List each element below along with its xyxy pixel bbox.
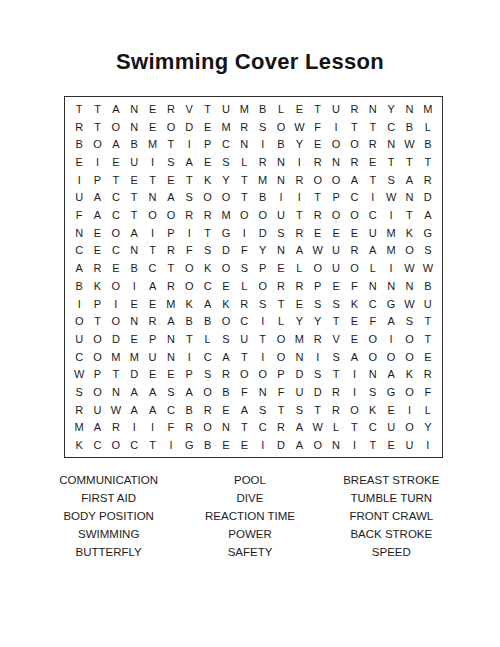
- grid-cell: O: [327, 171, 345, 189]
- grid-cell: T: [364, 436, 382, 454]
- grid-cell: E: [162, 171, 180, 189]
- grid-cell: R: [345, 242, 363, 260]
- grid-cell: B: [272, 135, 290, 153]
- grid-cell: I: [125, 277, 143, 295]
- grid-cell: F: [180, 242, 198, 260]
- grid-cell: T: [235, 419, 253, 437]
- grid-cell: E: [198, 153, 216, 171]
- grid-cell: T: [70, 100, 88, 118]
- grid-cell: N: [125, 118, 143, 136]
- grid-cell: M: [419, 100, 437, 118]
- grid-cell: D: [309, 383, 327, 401]
- grid-cell: S: [272, 224, 290, 242]
- grid-cell: M: [382, 224, 400, 242]
- grid-cell: T: [235, 348, 253, 366]
- grid-cell: T: [419, 312, 437, 330]
- grid-cell: T: [143, 242, 161, 260]
- grid-cell: D: [254, 224, 272, 242]
- grid-cell: E: [125, 171, 143, 189]
- grid-cell: M: [125, 348, 143, 366]
- grid-cell: I: [254, 312, 272, 330]
- grid-cell: E: [217, 401, 235, 419]
- grid-cell: M: [290, 330, 308, 348]
- grid-cell: U: [272, 206, 290, 224]
- grid-cell: A: [400, 171, 418, 189]
- grid-cell: R: [272, 419, 290, 437]
- grid-cell: T: [235, 171, 253, 189]
- grid-cell: T: [162, 135, 180, 153]
- grid-cell: T: [345, 118, 363, 136]
- grid-cell: R: [143, 312, 161, 330]
- word-item: DIVE: [179, 489, 320, 507]
- grid-cell: B: [419, 135, 437, 153]
- grid-cell: N: [254, 383, 272, 401]
- grid-cell: M: [70, 419, 88, 437]
- grid-cell: S: [235, 259, 253, 277]
- grid-cell: S: [162, 383, 180, 401]
- grid-cell: K: [364, 401, 382, 419]
- grid-cell: N: [235, 135, 253, 153]
- grid-cell: O: [88, 383, 106, 401]
- grid-cell: T: [125, 189, 143, 207]
- grid-cell: R: [162, 277, 180, 295]
- grid-cell: M: [382, 242, 400, 260]
- grid-cell: E: [143, 118, 161, 136]
- grid-cell: S: [419, 242, 437, 260]
- grid-cell: Y: [290, 312, 308, 330]
- grid-cell: W: [309, 419, 327, 437]
- grid-cell: N: [290, 348, 308, 366]
- grid-cell: O: [345, 259, 363, 277]
- grid-cell: Y: [290, 135, 308, 153]
- grid-cell: S: [162, 153, 180, 171]
- grid-cell: T: [88, 100, 106, 118]
- word-item: BODY POSITION: [38, 507, 179, 525]
- grid-cell: T: [309, 189, 327, 207]
- grid-cell: O: [345, 135, 363, 153]
- grid-cell: K: [88, 277, 106, 295]
- grid-cell: T: [143, 171, 161, 189]
- word-item: BUTTERFLY: [38, 543, 179, 561]
- grid-cell: N: [162, 330, 180, 348]
- grid-cell: I: [162, 436, 180, 454]
- grid-cell: M: [254, 171, 272, 189]
- grid-cell: S: [217, 330, 235, 348]
- grid-cell: B: [70, 277, 88, 295]
- grid-cell: I: [345, 436, 363, 454]
- grid-cell: S: [254, 118, 272, 136]
- grid-cell: A: [364, 242, 382, 260]
- grid-cell: L: [290, 259, 308, 277]
- grid-cell: L: [198, 330, 216, 348]
- grid-cell: O: [400, 348, 418, 366]
- word-item: FIRST AID: [38, 489, 179, 507]
- grid-cell: U: [70, 330, 88, 348]
- grid-cell: E: [107, 259, 125, 277]
- grid-cell: M: [217, 118, 235, 136]
- grid-cell: I: [70, 171, 88, 189]
- word-column-3: BREAST STROKETUMBLE TURNFRONT CRAWLBACK …: [321, 471, 462, 561]
- grid-cell: B: [180, 401, 198, 419]
- grid-cell: E: [382, 401, 400, 419]
- grid-cell: I: [272, 189, 290, 207]
- grid-cell: A: [235, 401, 253, 419]
- grid-cell: A: [143, 401, 161, 419]
- grid-cell: L: [235, 277, 253, 295]
- grid-cell: T: [345, 419, 363, 437]
- grid-cell: U: [400, 436, 418, 454]
- grid-cell: C: [345, 189, 363, 207]
- grid-cell: A: [107, 135, 125, 153]
- grid-cell: T: [198, 100, 216, 118]
- grid-cell: I: [88, 153, 106, 171]
- grid-cell: C: [107, 206, 125, 224]
- word-item: BREAST STROKE: [321, 471, 462, 489]
- grid-cell: L: [272, 312, 290, 330]
- grid-cell: N: [125, 312, 143, 330]
- grid-cell: A: [88, 206, 106, 224]
- grid-cell: F: [272, 383, 290, 401]
- grid-cell: R: [364, 135, 382, 153]
- grid-cell: I: [327, 118, 345, 136]
- grid-cell: T: [400, 206, 418, 224]
- grid-cell: U: [290, 383, 308, 401]
- grid-cell: C: [364, 295, 382, 313]
- word-item: SWIMMING: [38, 525, 179, 543]
- grid-cell: B: [419, 277, 437, 295]
- grid-cell: T: [400, 153, 418, 171]
- grid-cell: R: [180, 206, 198, 224]
- grid-cell: T: [143, 436, 161, 454]
- grid-cell: T: [364, 171, 382, 189]
- grid-cell: O: [235, 366, 253, 384]
- grid-cell: E: [125, 295, 143, 313]
- grid-cell: O: [382, 348, 400, 366]
- grid-cell: I: [125, 419, 143, 437]
- grid-cell: T: [88, 118, 106, 136]
- grid-cell: U: [143, 348, 161, 366]
- grid-cell: O: [254, 277, 272, 295]
- grid-cell: C: [198, 348, 216, 366]
- grid-cell: R: [70, 118, 88, 136]
- grid-cell: K: [400, 366, 418, 384]
- grid-cell: R: [70, 401, 88, 419]
- grid-cell: A: [143, 277, 161, 295]
- grid-cell: A: [419, 206, 437, 224]
- grid-cell: I: [254, 436, 272, 454]
- word-column-1: COMMUNICATIONFIRST AIDBODY POSITIONSWIMM…: [38, 471, 179, 561]
- grid-cell: C: [107, 189, 125, 207]
- grid-cell: N: [125, 100, 143, 118]
- word-item: SAFETY: [179, 543, 320, 561]
- grid-cell: A: [382, 312, 400, 330]
- grid-cell: W: [70, 366, 88, 384]
- grid-cell: S: [400, 312, 418, 330]
- grid-cell: B: [198, 312, 216, 330]
- grid-cell: R: [290, 171, 308, 189]
- grid-cell: U: [235, 330, 253, 348]
- grid-cell: U: [327, 259, 345, 277]
- grid-cell: N: [272, 153, 290, 171]
- grid-cell: E: [107, 153, 125, 171]
- grid-cell: Y: [419, 419, 437, 437]
- grid-cell: M: [143, 135, 161, 153]
- grid-cell: S: [309, 295, 327, 313]
- grid-cell: S: [198, 242, 216, 260]
- grid-cell: T: [290, 206, 308, 224]
- grid-cell: F: [235, 242, 253, 260]
- grid-cell: L: [419, 118, 437, 136]
- grid-cell: D: [217, 242, 235, 260]
- grid-cell: P: [143, 330, 161, 348]
- grid-cell: E: [327, 224, 345, 242]
- grid-cell: C: [198, 277, 216, 295]
- grid-cell: I: [290, 189, 308, 207]
- grid-cell: P: [309, 277, 327, 295]
- word-item: SPEED: [321, 543, 462, 561]
- grid-cell: S: [327, 348, 345, 366]
- grid-cell: I: [345, 383, 363, 401]
- grid-cell: B: [254, 189, 272, 207]
- grid-cell: N: [382, 135, 400, 153]
- grid-cell: U: [364, 224, 382, 242]
- grid-cell: R: [180, 419, 198, 437]
- grid-cell: I: [290, 153, 308, 171]
- grid-cell: B: [70, 135, 88, 153]
- grid-cell: T: [364, 118, 382, 136]
- grid-cell: T: [309, 401, 327, 419]
- grid-cell: N: [272, 242, 290, 260]
- grid-cell: C: [125, 436, 143, 454]
- grid-cell: M: [217, 206, 235, 224]
- grid-cell: N: [364, 277, 382, 295]
- grid-cell: R: [217, 366, 235, 384]
- grid-cell: O: [198, 189, 216, 207]
- grid-cell: N: [217, 419, 235, 437]
- grid-cell: I: [382, 259, 400, 277]
- grid-cell: O: [400, 242, 418, 260]
- grid-cell: I: [419, 436, 437, 454]
- grid-cell: E: [364, 153, 382, 171]
- grid-cell: F: [235, 383, 253, 401]
- grid-cell: S: [309, 366, 327, 384]
- grid-cell: T: [419, 153, 437, 171]
- grid-cell: I: [254, 348, 272, 366]
- grid-cell: A: [180, 383, 198, 401]
- grid-cell: A: [198, 295, 216, 313]
- grid-cell: M: [162, 295, 180, 313]
- grid-cell: O: [88, 348, 106, 366]
- grid-cell: P: [180, 366, 198, 384]
- grid-cell: W: [400, 295, 418, 313]
- grid-cell: P: [162, 224, 180, 242]
- grid-cell: O: [345, 401, 363, 419]
- grid-cell: F: [345, 277, 363, 295]
- grid-cell: E: [217, 277, 235, 295]
- grid-cell: E: [290, 295, 308, 313]
- grid-cell: P: [88, 366, 106, 384]
- grid-cell: Y: [309, 312, 327, 330]
- grid-cell: O: [162, 206, 180, 224]
- grid-cell: O: [254, 206, 272, 224]
- grid-cell: O: [88, 135, 106, 153]
- grid-cell: E: [143, 100, 161, 118]
- grid-cell: O: [180, 277, 198, 295]
- grid-cell: E: [272, 259, 290, 277]
- grid-cell: G: [382, 383, 400, 401]
- word-search-grid: TTANERVTUMBLETURNYNMRTONEODEMRSOWFITTCBL…: [64, 96, 443, 458]
- grid-cell: Y: [254, 242, 272, 260]
- grid-cell: A: [125, 383, 143, 401]
- grid-cell: O: [400, 330, 418, 348]
- grid-cell: O: [198, 383, 216, 401]
- grid-cell: R: [88, 259, 106, 277]
- grid-cell: N: [70, 224, 88, 242]
- grid-cell: O: [272, 348, 290, 366]
- grid-cell: A: [180, 153, 198, 171]
- grid-cell: L: [419, 401, 437, 419]
- grid-cell: P: [198, 135, 216, 153]
- grid-cell: I: [180, 135, 198, 153]
- grid-cell: T: [125, 206, 143, 224]
- grid-cell: R: [235, 118, 253, 136]
- grid-cell: B: [217, 383, 235, 401]
- grid-cell: B: [400, 118, 418, 136]
- grid-cell: T: [88, 312, 106, 330]
- word-item: FRONT CRAWL: [321, 507, 462, 525]
- grid-cell: S: [382, 171, 400, 189]
- grid-cell: O: [327, 206, 345, 224]
- grid-cell: S: [254, 295, 272, 313]
- grid-cell: K: [70, 436, 88, 454]
- grid-cell: I: [254, 135, 272, 153]
- grid-cell: E: [162, 366, 180, 384]
- grid-cell: I: [345, 366, 363, 384]
- grid-cell: R: [309, 330, 327, 348]
- grid-cell: O: [272, 330, 290, 348]
- grid-cell: D: [107, 330, 125, 348]
- grid-cell: S: [217, 153, 235, 171]
- grid-cell: A: [125, 224, 143, 242]
- grid-cell: O: [364, 348, 382, 366]
- grid-cell: O: [217, 189, 235, 207]
- grid-cell: Y: [382, 100, 400, 118]
- grid-cell: O: [254, 366, 272, 384]
- grid-cell: U: [217, 100, 235, 118]
- grid-cell: O: [143, 206, 161, 224]
- grid-cell: O: [345, 206, 363, 224]
- grid-cell: A: [162, 312, 180, 330]
- grid-cell: U: [125, 153, 143, 171]
- grid-cell: O: [107, 312, 125, 330]
- grid-cell: E: [309, 224, 327, 242]
- grid-cell: E: [345, 224, 363, 242]
- grid-cell: B: [254, 100, 272, 118]
- grid-cell: R: [345, 100, 363, 118]
- grid-cell: E: [143, 366, 161, 384]
- grid-cell: O: [235, 206, 253, 224]
- grid-cell: E: [70, 153, 88, 171]
- grid-cell: E: [419, 348, 437, 366]
- grid-cell: R: [272, 277, 290, 295]
- grid-cell: W: [107, 401, 125, 419]
- grid-cell: L: [364, 259, 382, 277]
- grid-cell: E: [327, 277, 345, 295]
- grid-cell: P: [254, 259, 272, 277]
- grid-cell: I: [143, 224, 161, 242]
- grid-cell: I: [107, 295, 125, 313]
- grid-cell: A: [125, 401, 143, 419]
- grid-cell: N: [400, 277, 418, 295]
- grid-cell: T: [235, 189, 253, 207]
- grid-cell: B: [198, 436, 216, 454]
- grid-cell: D: [125, 366, 143, 384]
- grid-cell: F: [364, 312, 382, 330]
- grid-cell: K: [345, 295, 363, 313]
- grid-cell: D: [290, 366, 308, 384]
- grid-cell: U: [88, 401, 106, 419]
- grid-cell: C: [364, 206, 382, 224]
- grid-cell: K: [400, 224, 418, 242]
- grid-cell: O: [70, 312, 88, 330]
- grid-cell: A: [382, 366, 400, 384]
- puzzle-title: Swimming Cover Lesson: [0, 0, 500, 75]
- grid-cell: B: [125, 135, 143, 153]
- grid-cell: T: [272, 401, 290, 419]
- grid-cell: W: [400, 259, 418, 277]
- grid-cell: O: [107, 277, 125, 295]
- grid-cell: C: [217, 135, 235, 153]
- grid-cell: B: [125, 259, 143, 277]
- grid-cell: A: [345, 171, 363, 189]
- grid-cell: A: [290, 419, 308, 437]
- grid-cell: I: [382, 206, 400, 224]
- grid-cell: A: [70, 259, 88, 277]
- grid-cell: O: [107, 118, 125, 136]
- grid-cell: C: [70, 242, 88, 260]
- grid-cell: O: [272, 118, 290, 136]
- grid-cell: S: [364, 383, 382, 401]
- grid-cell: I: [143, 153, 161, 171]
- grid-cell: N: [400, 100, 418, 118]
- grid-cell: I: [180, 348, 198, 366]
- word-item: TUMBLE TURN: [321, 489, 462, 507]
- grid-cell: U: [70, 189, 88, 207]
- word-item: BACK STROKE: [321, 525, 462, 543]
- grid-cell: E: [309, 135, 327, 153]
- grid-cell: T: [309, 100, 327, 118]
- grid-cell: R: [235, 295, 253, 313]
- grid-cell: E: [143, 295, 161, 313]
- grid-cell: I: [382, 330, 400, 348]
- grid-cell: T: [382, 153, 400, 171]
- grid-cell: N: [364, 366, 382, 384]
- grid-cell: O: [198, 419, 216, 437]
- grid-cell: K: [198, 171, 216, 189]
- grid-cell: T: [162, 259, 180, 277]
- grid-cell: O: [400, 383, 418, 401]
- grid-cell: S: [70, 383, 88, 401]
- grid-cell: G: [419, 224, 437, 242]
- grid-cell: S: [180, 189, 198, 207]
- grid-cell: I: [400, 401, 418, 419]
- grid-cell: R: [198, 206, 216, 224]
- grid-cell: A: [107, 100, 125, 118]
- grid-cell: S: [254, 401, 272, 419]
- grid-cell: U: [327, 100, 345, 118]
- grid-cell: R: [290, 224, 308, 242]
- grid-cell: E: [88, 242, 106, 260]
